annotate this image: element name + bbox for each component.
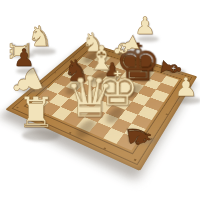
white-pawn[interactable]: ♟ (174, 74, 197, 100)
black-knight-fallen[interactable]: ♞ (122, 120, 156, 152)
white-pawn[interactable]: ♟ (134, 14, 156, 38)
chess-set-photo: ♞♞♝♟♛♚♚♟ ♝♝♞♟♞♜♟♟♟♜ (0, 0, 200, 200)
loose-pieces-layer: ♝♝♞♟♞♜♟♟♟♜ (0, 0, 200, 200)
white-rook[interactable]: ♜ (17, 92, 55, 134)
black-pawn[interactable]: ♟ (13, 46, 35, 70)
